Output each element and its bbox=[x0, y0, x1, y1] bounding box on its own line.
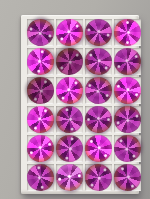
gem-sew-holes bbox=[87, 28, 91, 32]
rhinestone-gem bbox=[85, 106, 112, 133]
tray-cell bbox=[114, 77, 141, 104]
tray-cell bbox=[85, 106, 112, 133]
tray-cell bbox=[114, 106, 141, 133]
gem-sew-holes bbox=[60, 37, 64, 41]
photo-scene bbox=[0, 0, 150, 199]
rhinestone-gem bbox=[23, 131, 59, 167]
gem-sew-holes bbox=[105, 93, 109, 97]
rhinestone-gem bbox=[82, 16, 115, 49]
tray-cell bbox=[56, 48, 83, 75]
rhinestone-gem bbox=[114, 19, 141, 46]
rhinestone-gem bbox=[54, 162, 85, 193]
gem-grid bbox=[27, 19, 134, 187]
gem-sew-holes bbox=[89, 53, 93, 57]
gem-sew-holes bbox=[58, 177, 61, 180]
gem-sew-holes bbox=[135, 114, 139, 118]
tray-cell bbox=[56, 77, 83, 104]
gem-sew-holes bbox=[116, 84, 120, 88]
tray-cell bbox=[27, 19, 54, 46]
gem-sew-holes bbox=[103, 168, 107, 172]
rhinestone-gem bbox=[80, 72, 117, 109]
gem-sew-holes bbox=[48, 34, 52, 38]
gem-sew-holes bbox=[65, 108, 69, 112]
tray-cell bbox=[56, 19, 83, 46]
rhinestone-gem bbox=[50, 71, 88, 109]
tray-cell bbox=[85, 135, 112, 162]
gem-sew-holes bbox=[70, 137, 74, 141]
tray-cell bbox=[85, 164, 112, 191]
gem-sew-holes bbox=[89, 139, 93, 143]
rhinestone-gem bbox=[109, 159, 146, 196]
rhinestone-gem bbox=[53, 103, 86, 136]
gem-sew-holes bbox=[132, 154, 136, 158]
rhinestone-gem bbox=[79, 129, 117, 167]
tray-cell bbox=[85, 48, 112, 75]
gem-sew-holes bbox=[43, 80, 47, 84]
tray-cell bbox=[114, 135, 141, 162]
tray-cell bbox=[56, 135, 83, 162]
rhinestone-gem bbox=[50, 13, 88, 51]
rhinestone-gem bbox=[79, 42, 117, 80]
tray-cell bbox=[114, 48, 141, 75]
tray-cell bbox=[27, 48, 54, 75]
rhinestone-gem bbox=[22, 72, 59, 109]
storage-tray bbox=[21, 15, 139, 194]
tray-cell bbox=[85, 77, 112, 104]
tray-cell bbox=[27, 106, 54, 133]
rhinestone-gem bbox=[22, 101, 59, 138]
gem-sew-holes bbox=[61, 96, 65, 100]
gem-sew-holes bbox=[40, 186, 43, 189]
gem-sew-holes bbox=[75, 53, 79, 57]
tray-cell bbox=[56, 106, 83, 133]
tray-cell bbox=[56, 164, 83, 191]
rhinestone-gem bbox=[108, 129, 146, 167]
rhinestone-gem bbox=[79, 158, 117, 196]
rhinestone-gem bbox=[23, 15, 58, 50]
rhinestone-gem bbox=[50, 42, 88, 80]
rhinestone-gem bbox=[25, 46, 56, 77]
gem-sew-holes bbox=[117, 64, 121, 68]
rhinestone-gem bbox=[110, 102, 145, 137]
gem-sew-holes bbox=[33, 126, 37, 130]
gem-sew-holes bbox=[29, 151, 33, 155]
rhinestone-gem bbox=[109, 43, 146, 80]
tray-cell bbox=[27, 135, 54, 162]
gem-sew-holes bbox=[126, 21, 129, 24]
gem-sew-holes bbox=[120, 167, 124, 171]
gem-sew-holes bbox=[87, 118, 90, 121]
rhinestone-gem bbox=[53, 132, 86, 165]
tray-cell bbox=[114, 19, 141, 46]
gem-sew-holes bbox=[37, 70, 40, 73]
tray-cell bbox=[27, 77, 54, 104]
tray-cell bbox=[114, 164, 141, 191]
rhinestone-gem bbox=[110, 73, 146, 109]
tray-cell bbox=[85, 19, 112, 46]
tray-cell bbox=[27, 164, 54, 191]
rhinestone-gem bbox=[25, 162, 56, 193]
